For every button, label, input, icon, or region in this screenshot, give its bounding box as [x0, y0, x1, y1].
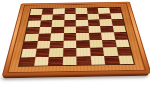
square-c5: [50, 26, 63, 33]
square-g4: [100, 32, 114, 39]
square-a3: [22, 40, 37, 48]
board-grid: [19, 7, 133, 66]
square-c8: [52, 8, 64, 14]
board-scene: [0, 0, 150, 86]
chessboard: [1, 1, 150, 76]
square-g1: [103, 55, 118, 64]
square-e1: [76, 55, 90, 64]
square-d5: [63, 26, 75, 33]
square-h8: [108, 7, 120, 13]
square-f1: [90, 55, 105, 64]
square-g7: [98, 13, 111, 19]
square-e5: [75, 26, 88, 33]
square-c4: [50, 33, 63, 40]
square-e3: [76, 39, 89, 47]
square-f2: [89, 47, 103, 55]
photo-background: [0, 0, 150, 86]
square-c3: [49, 40, 63, 48]
square-f5: [87, 25, 100, 32]
board-outer-rim: [1, 1, 150, 76]
square-f6: [87, 19, 100, 26]
square-a5: [25, 26, 39, 33]
square-e4: [75, 32, 88, 39]
square-b4: [37, 33, 51, 40]
square-b6: [39, 20, 52, 27]
square-e6: [75, 19, 87, 26]
square-h3: [114, 39, 129, 47]
square-a6: [27, 20, 40, 27]
square-d2: [62, 47, 76, 55]
square-c1: [47, 56, 62, 65]
square-a2: [21, 48, 36, 57]
square-f7: [87, 13, 99, 19]
square-e8: [75, 7, 87, 13]
square-f8: [86, 7, 98, 13]
square-b1: [33, 56, 48, 65]
square-g3: [101, 39, 115, 47]
square-a8: [29, 8, 41, 14]
square-h2: [116, 46, 131, 54]
square-g5: [100, 25, 113, 32]
square-d1: [62, 56, 76, 65]
square-e2: [76, 47, 90, 55]
square-f4: [88, 32, 101, 39]
square-h6: [110, 19, 123, 26]
board-molding: [3, 2, 150, 75]
square-h1: [117, 55, 133, 64]
square-h7: [109, 13, 122, 19]
square-b8: [41, 8, 53, 14]
square-c6: [51, 20, 63, 27]
square-e7: [75, 13, 87, 19]
square-d8: [64, 8, 75, 14]
square-g8: [97, 7, 109, 13]
board-inner-line: [17, 6, 134, 66]
square-d4: [63, 32, 76, 39]
square-h5: [112, 25, 126, 32]
square-d3: [62, 40, 75, 48]
square-a7: [28, 14, 41, 20]
square-d6: [63, 19, 75, 26]
square-c7: [52, 14, 64, 20]
square-a1: [19, 56, 35, 65]
board-frame: [8, 3, 144, 71]
square-b3: [36, 40, 50, 48]
square-b7: [40, 14, 52, 20]
board-groove-line: [7, 3, 146, 73]
square-a4: [24, 33, 38, 40]
square-f3: [88, 39, 102, 47]
square-b5: [38, 26, 51, 33]
square-c2: [48, 48, 62, 56]
square-g6: [99, 19, 112, 26]
square-h4: [113, 32, 127, 39]
square-b2: [34, 48, 49, 57]
square-g2: [102, 47, 117, 55]
square-d7: [63, 13, 75, 19]
